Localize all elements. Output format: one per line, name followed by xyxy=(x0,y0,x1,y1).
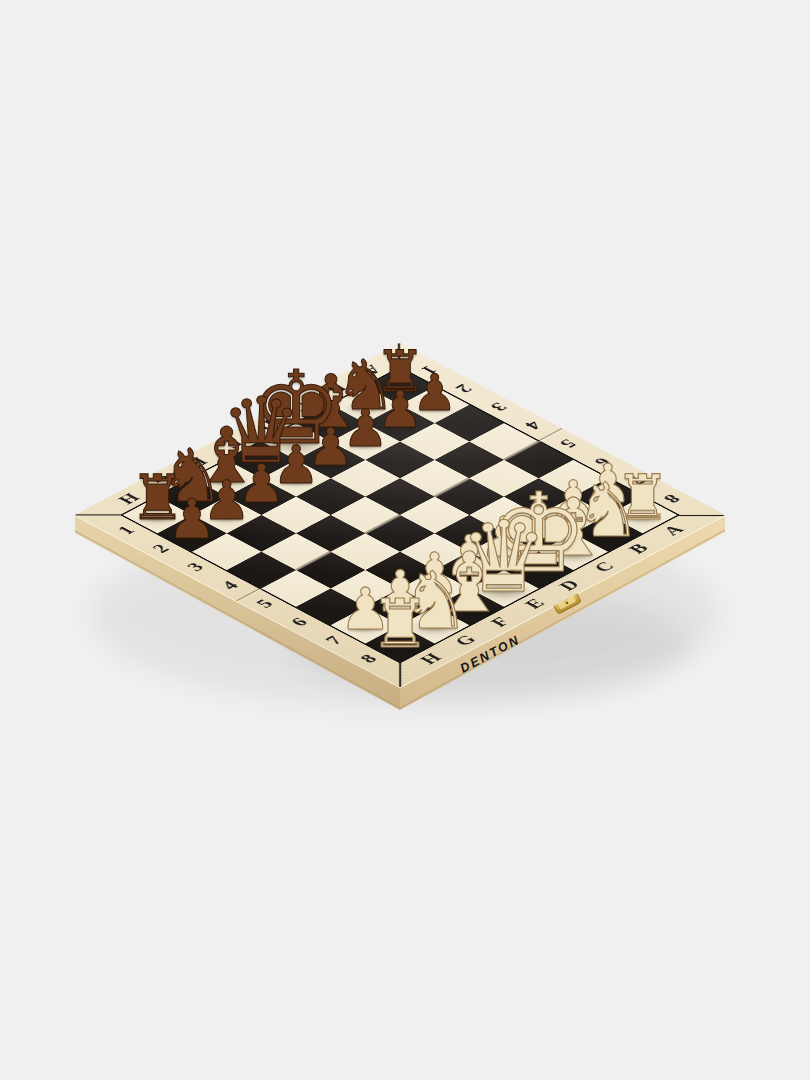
piece-white-rook-h8[interactable]: ♜ xyxy=(367,591,434,658)
corner-miter-line xyxy=(678,515,724,516)
corner-miter-line xyxy=(76,514,122,515)
corner-miter-line xyxy=(400,662,402,686)
piece-black-pawn-h2[interactable]: ♟ xyxy=(165,492,220,547)
product-photo: DENTON 1122334455667788AABBCCDDEEFFGGHH … xyxy=(0,0,810,1080)
